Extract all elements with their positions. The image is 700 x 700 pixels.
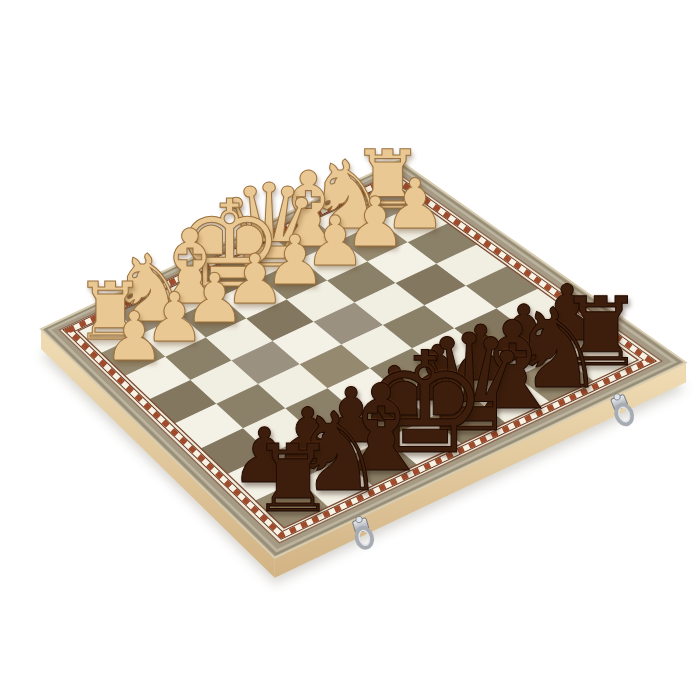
white-pawn-h2[interactable]: ♟ (104, 303, 165, 371)
product-photo-stage: ♜♞♟♝♟♛♟♚♟♝♟♞♟♜♟♟♟♟♜♟♞♟♝♟♛♟♚♟♝♟♞♜ (0, 0, 700, 700)
black-rook-h8[interactable]: ♜ (251, 433, 334, 526)
